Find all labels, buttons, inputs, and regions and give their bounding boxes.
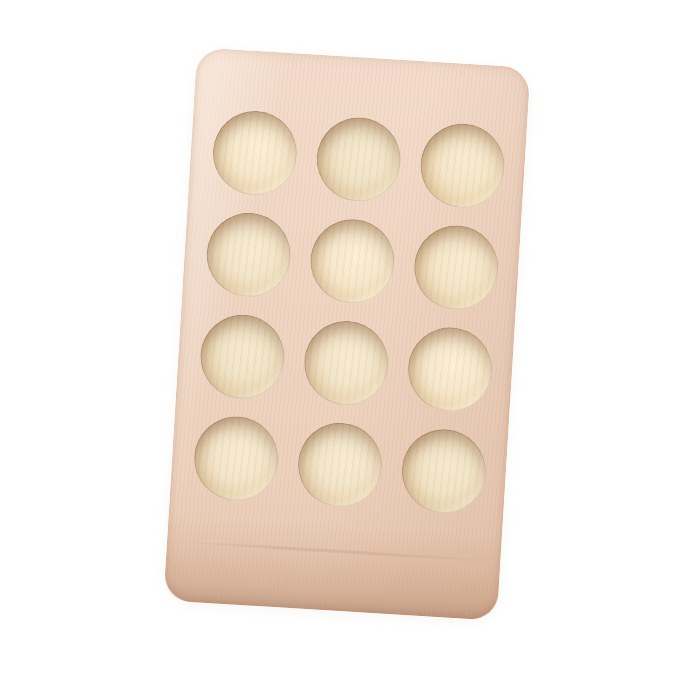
pit-r2c1 — [204, 210, 293, 299]
pit-r3c2 — [302, 319, 391, 408]
pit-r4c3 — [399, 427, 488, 516]
wooden-board — [163, 47, 530, 620]
pit-r3c3 — [406, 325, 495, 414]
pit-r2c2 — [308, 217, 397, 306]
product-photo-scene — [0, 0, 700, 700]
pit-r4c1 — [192, 414, 281, 503]
pit-r1c3 — [418, 121, 507, 210]
pit-r1c1 — [210, 109, 299, 198]
pit-r1c2 — [314, 115, 403, 204]
pit-r4c2 — [296, 420, 385, 509]
pit-grid — [163, 47, 530, 620]
pit-r2c3 — [412, 223, 501, 312]
pit-r3c1 — [198, 312, 287, 401]
